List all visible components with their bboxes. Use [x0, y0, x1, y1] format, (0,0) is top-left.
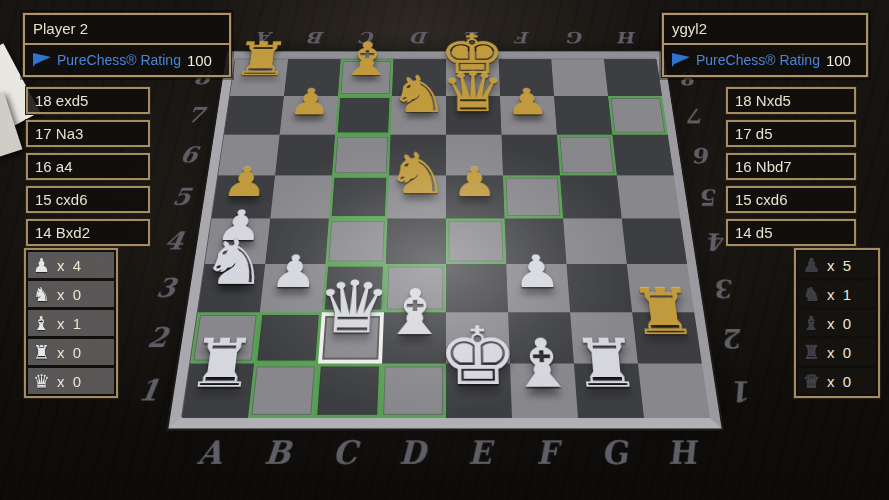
rank-label-right-2: 2 — [711, 322, 758, 354]
square-c4[interactable] — [325, 218, 387, 264]
rank-label-right-6: 6 — [682, 142, 724, 168]
move-list-left: 18 exd517 Na316 a415 cxd614 Bxd2 — [26, 87, 150, 246]
piece-white-pawn-f3[interactable]: ♟ — [505, 221, 569, 294]
player-panel-left: Player 2 PureChess® Rating 100 — [23, 13, 231, 77]
captured-tray-right: ♟x 5♞x 1♝x 0♜x 0♛x 0 — [794, 248, 880, 398]
captured-count: x 4 — [57, 257, 83, 274]
pawn-icon: ♟ — [803, 256, 820, 275]
move-entry: 16 Nbd7 — [726, 153, 856, 180]
move-entry: 18 Nxd5 — [726, 87, 856, 114]
square-g4[interactable] — [563, 218, 627, 264]
bishop-icon: ♝ — [33, 314, 50, 333]
square-f6[interactable] — [501, 135, 559, 176]
move-entry: 17 Na3 — [26, 120, 150, 147]
square-b2[interactable] — [254, 312, 322, 363]
piece-black-queen-e7[interactable]: ♛ — [446, 61, 501, 120]
piece-black-bishop-c8[interactable]: ♝ — [339, 26, 395, 82]
rank-label-left-3: 3 — [143, 273, 189, 303]
file-label-top-f: F — [497, 28, 550, 47]
piece-black-knight-d5[interactable]: ♞ — [388, 137, 446, 202]
piece-black-knight-d7[interactable]: ♞ — [391, 61, 446, 120]
file-label-bottom-d: D — [378, 435, 446, 472]
rank-label-left-2: 2 — [134, 322, 181, 354]
file-label-top-h: H — [600, 28, 654, 47]
captured-row-knight: ♞x 0 — [28, 281, 114, 307]
player-panel-right: ygyl2 PureChess® Rating 100 — [662, 13, 868, 77]
captured-count: x 1 — [57, 315, 83, 332]
rating-value: 100 — [187, 52, 212, 69]
captured-count: x 0 — [57, 373, 83, 390]
bishop-icon: ♝ — [803, 314, 820, 333]
move-entry: 14 Bxd2 — [26, 219, 150, 246]
square-a7[interactable] — [224, 96, 284, 135]
rating-flag-icon — [33, 53, 51, 67]
file-label-top-b: B — [289, 28, 343, 47]
captured-tray-left: ♟x 4♞x 0♝x 1♜x 0♛x 0 — [24, 248, 118, 398]
captured-row-knight: ♞x 1 — [798, 281, 876, 307]
player-name: Player 2 — [25, 15, 229, 45]
player-name: ygyl2 — [664, 15, 866, 45]
move-entry: 14 d5 — [726, 219, 856, 246]
captured-row-rook: ♜x 0 — [798, 339, 876, 365]
purechess-game-screen: { "game": "chess", "app": "Pure Chess", … — [0, 0, 889, 500]
square-g7[interactable] — [554, 96, 612, 135]
piece-black-pawn-e5[interactable]: ♟ — [446, 137, 504, 202]
piece-black-pawn-f7[interactable]: ♟ — [499, 61, 556, 120]
rank-label-left-1: 1 — [124, 373, 173, 407]
square-g3[interactable] — [567, 264, 633, 312]
move-entry: 16 a4 — [26, 153, 150, 180]
knight-icon: ♞ — [803, 285, 820, 304]
square-c6[interactable] — [332, 135, 390, 176]
move-entry: 17 d5 — [726, 120, 856, 147]
captured-count: x 0 — [827, 315, 853, 332]
rank-label-left-7: 7 — [175, 103, 216, 127]
square-e3[interactable] — [446, 264, 508, 312]
captured-count: x 0 — [827, 373, 853, 390]
captured-row-bishop: ♝x 1 — [28, 310, 114, 336]
square-g5[interactable] — [560, 175, 622, 218]
file-label-bottom-a: A — [174, 435, 246, 472]
queen-icon: ♛ — [33, 372, 50, 391]
square-c5[interactable] — [329, 175, 389, 218]
square-e4[interactable] — [446, 218, 506, 264]
file-label-bottom-c: C — [310, 435, 379, 472]
piece-white-rook-a1[interactable]: ♜ — [185, 315, 259, 397]
square-b5[interactable] — [270, 175, 332, 218]
rook-icon: ♜ — [803, 343, 820, 362]
captured-row-queen: ♛x 0 — [28, 368, 114, 394]
rank-label-right-3: 3 — [703, 273, 749, 303]
rank-label-left-6: 6 — [168, 142, 210, 168]
square-c7[interactable] — [335, 96, 392, 135]
square-d4[interactable] — [386, 218, 446, 264]
piece-black-rook-a8[interactable]: ♜ — [232, 26, 292, 82]
captured-row-rook: ♜x 0 — [28, 339, 114, 365]
file-label-bottom-h: H — [646, 435, 718, 472]
captured-count: x 1 — [827, 286, 853, 303]
captured-row-pawn: ♟x 4 — [28, 252, 114, 278]
square-h7[interactable] — [608, 96, 668, 135]
piece-white-rook-g1[interactable]: ♜ — [570, 315, 641, 397]
queen-icon: ♛ — [803, 372, 820, 391]
captured-row-bishop: ♝x 0 — [798, 310, 876, 336]
rank-label-right-7: 7 — [676, 103, 717, 127]
move-entry: 18 exd5 — [26, 87, 150, 114]
piece-white-queen-c2[interactable]: ♛ — [319, 267, 385, 344]
move-entry: 15 cxd6 — [726, 186, 856, 213]
square-h6[interactable] — [612, 135, 674, 176]
square-h1[interactable] — [638, 364, 710, 418]
square-h8[interactable] — [604, 59, 662, 96]
knight-icon: ♞ — [33, 285, 50, 304]
file-label-bottom-b: B — [242, 435, 313, 472]
file-label-bottom-e: E — [446, 435, 514, 472]
rook-icon: ♜ — [33, 343, 50, 362]
rank-label-right-1: 1 — [719, 373, 768, 407]
piece-white-king-e1[interactable]: ♚ — [446, 315, 511, 397]
rating-label: PureChess® Rating — [696, 52, 820, 68]
square-f5[interactable] — [503, 175, 563, 218]
rating-label: PureChess® Rating — [57, 52, 181, 68]
square-h4[interactable] — [622, 218, 687, 264]
pawn-icon: ♟ — [33, 256, 50, 275]
table-plane: AABBCCDDEEFFGGHH8877665544332211 ♜♝♚♟♞♛♟… — [100, 24, 792, 481]
piece-black-pawn-b7[interactable]: ♟ — [281, 61, 340, 120]
file-label-top-g: G — [549, 28, 603, 47]
file-label-bottom-g: G — [579, 435, 650, 472]
rank-label-left-4: 4 — [152, 227, 196, 256]
file-label-bottom-f: F — [513, 435, 582, 472]
square-c1[interactable] — [314, 364, 382, 418]
piece-white-knight-a3[interactable]: ♞ — [200, 221, 270, 294]
rating-flag-icon — [672, 53, 690, 67]
square-h5[interactable] — [617, 175, 680, 218]
piece-white-bishop-f1[interactable]: ♝ — [508, 315, 576, 397]
square-g6[interactable] — [557, 135, 617, 176]
piece-black-rook-h2[interactable]: ♜ — [627, 267, 699, 344]
move-entry: 15 cxd6 — [26, 186, 150, 213]
captured-row-queen: ♛x 0 — [798, 368, 876, 394]
rating-value: 100 — [826, 52, 851, 69]
square-g8[interactable] — [551, 59, 608, 96]
captured-count: x 5 — [827, 257, 853, 274]
captured-row-pawn: ♟x 5 — [798, 252, 876, 278]
move-list-right: 18 Nxd517 d516 Nbd715 cxd614 d5 — [726, 87, 856, 246]
captured-count: x 0 — [827, 344, 853, 361]
square-b6[interactable] — [275, 135, 335, 176]
captured-count: x 0 — [57, 344, 83, 361]
square-b1[interactable] — [248, 364, 318, 418]
captured-count: x 0 — [57, 286, 83, 303]
rank-label-left-5: 5 — [160, 183, 203, 210]
